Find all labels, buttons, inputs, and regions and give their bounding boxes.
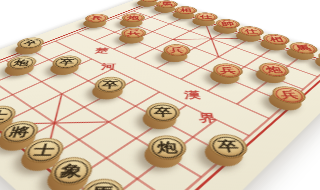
piece-character: 帥 [221, 21, 236, 26]
piece-character: 卒 [58, 59, 75, 66]
piece-character: 卒 [101, 80, 119, 89]
piece-character: 卒 [216, 139, 240, 152]
piece-character: 馬 [90, 186, 115, 190]
piece-character: 仕 [199, 14, 213, 19]
piece-character: 馬 [161, 2, 173, 6]
piece-character: 士 [31, 143, 56, 156]
piece-character: 兵 [169, 47, 184, 53]
piece-character: 兵 [127, 30, 140, 35]
piece-character: 卒 [22, 40, 39, 46]
piece-character: 象 [59, 163, 84, 178]
board-plane: 楚河漢界 車 馬 相 仕 帥 仕 [0, 0, 320, 190]
xiangqi-photo-stage: 楚河漢界 車 馬 相 仕 帥 仕 [0, 0, 320, 190]
piece-character: 炮 [157, 141, 178, 154]
piece-character: 卒 [154, 107, 173, 117]
piece-character: 相 [268, 36, 285, 42]
piece-character: 兵 [90, 16, 103, 21]
piece-character: 相 [180, 8, 193, 12]
piece-character: 炮 [127, 15, 139, 20]
piece-character: 兵 [219, 67, 237, 75]
piece-character: 仕 [243, 29, 259, 34]
